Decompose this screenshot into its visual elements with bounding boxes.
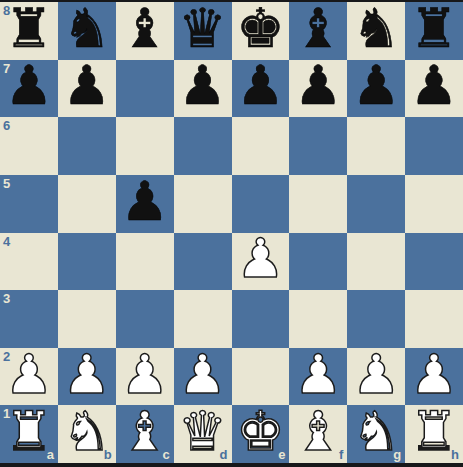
- square-d3[interactable]: [174, 290, 232, 348]
- square-a8[interactable]: 8♜: [0, 2, 58, 60]
- piece-black-queen[interactable]: ♛: [178, 2, 226, 56]
- piece-black-pawn[interactable]: ♟: [63, 60, 111, 114]
- square-f6[interactable]: [289, 117, 347, 175]
- piece-white-knight[interactable]: ♞: [63, 405, 111, 459]
- square-a3[interactable]: 3: [0, 290, 58, 348]
- square-a6[interactable]: 6: [0, 117, 58, 175]
- square-h1[interactable]: h♜: [405, 405, 463, 463]
- square-f8[interactable]: ♝: [289, 2, 347, 60]
- piece-black-king[interactable]: ♚: [236, 2, 284, 56]
- piece-white-pawn[interactable]: ♟: [5, 348, 53, 402]
- square-a7[interactable]: 7♟: [0, 60, 58, 118]
- square-a1[interactable]: 1a♜: [0, 405, 58, 463]
- piece-white-king[interactable]: ♚: [236, 405, 284, 459]
- square-c4[interactable]: [116, 233, 174, 291]
- piece-black-pawn[interactable]: ♟: [178, 60, 226, 114]
- rank-label: 3: [3, 292, 10, 305]
- piece-black-bishop[interactable]: ♝: [294, 2, 342, 56]
- square-d4[interactable]: [174, 233, 232, 291]
- piece-black-pawn[interactable]: ♟: [236, 60, 284, 114]
- square-b8[interactable]: ♞: [58, 2, 116, 60]
- square-g5[interactable]: [347, 175, 405, 233]
- square-h3[interactable]: [405, 290, 463, 348]
- square-g6[interactable]: [347, 117, 405, 175]
- square-a4[interactable]: 4: [0, 233, 58, 291]
- piece-white-rook[interactable]: ♜: [5, 405, 53, 459]
- square-d6[interactable]: [174, 117, 232, 175]
- square-h6[interactable]: [405, 117, 463, 175]
- piece-black-knight[interactable]: ♞: [63, 2, 111, 56]
- square-a2[interactable]: 2♟: [0, 348, 58, 406]
- square-e8[interactable]: ♚: [232, 2, 290, 60]
- square-h2[interactable]: ♟: [405, 348, 463, 406]
- rank-label: 6: [3, 119, 10, 132]
- square-e7[interactable]: ♟: [232, 60, 290, 118]
- piece-black-pawn[interactable]: ♟: [294, 60, 342, 114]
- piece-white-pawn[interactable]: ♟: [236, 233, 284, 287]
- piece-black-bishop[interactable]: ♝: [120, 2, 168, 56]
- square-h7[interactable]: ♟: [405, 60, 463, 118]
- square-e2[interactable]: [232, 348, 290, 406]
- square-b4[interactable]: [58, 233, 116, 291]
- board-frame: 8♜♞♝♛♚♝♞♜7♟♟♟♟♟♟♟65♟4♟32♟♟♟♟♟♟♟1a♜b♞c♝d♛…: [0, 0, 463, 467]
- square-b6[interactable]: [58, 117, 116, 175]
- square-f4[interactable]: [289, 233, 347, 291]
- piece-white-bishop[interactable]: ♝: [294, 405, 342, 459]
- square-h5[interactable]: [405, 175, 463, 233]
- square-d2[interactable]: ♟: [174, 348, 232, 406]
- square-h4[interactable]: [405, 233, 463, 291]
- square-h8[interactable]: ♜: [405, 2, 463, 60]
- piece-white-pawn[interactable]: ♟: [410, 348, 458, 402]
- square-c8[interactable]: ♝: [116, 2, 174, 60]
- square-c7[interactable]: [116, 60, 174, 118]
- square-b2[interactable]: ♟: [58, 348, 116, 406]
- piece-black-rook[interactable]: ♜: [5, 2, 53, 56]
- piece-white-pawn[interactable]: ♟: [178, 348, 226, 402]
- square-b7[interactable]: ♟: [58, 60, 116, 118]
- square-f1[interactable]: f♝: [289, 405, 347, 463]
- square-f7[interactable]: ♟: [289, 60, 347, 118]
- square-f3[interactable]: [289, 290, 347, 348]
- rank-label: 5: [3, 177, 10, 190]
- piece-white-knight[interactable]: ♞: [352, 405, 400, 459]
- square-e5[interactable]: [232, 175, 290, 233]
- square-g1[interactable]: g♞: [347, 405, 405, 463]
- piece-black-pawn[interactable]: ♟: [120, 175, 168, 229]
- square-d8[interactable]: ♛: [174, 2, 232, 60]
- square-e1[interactable]: e♚: [232, 405, 290, 463]
- piece-black-rook[interactable]: ♜: [410, 2, 458, 56]
- piece-black-pawn[interactable]: ♟: [5, 60, 53, 114]
- piece-white-pawn[interactable]: ♟: [120, 348, 168, 402]
- square-b3[interactable]: [58, 290, 116, 348]
- chess-board: 8♜♞♝♛♚♝♞♜7♟♟♟♟♟♟♟65♟4♟32♟♟♟♟♟♟♟1a♜b♞c♝d♛…: [0, 2, 463, 463]
- square-e3[interactable]: [232, 290, 290, 348]
- rank-label: 4: [3, 235, 10, 248]
- square-d1[interactable]: d♛: [174, 405, 232, 463]
- square-c2[interactable]: ♟: [116, 348, 174, 406]
- square-e6[interactable]: [232, 117, 290, 175]
- piece-white-pawn[interactable]: ♟: [63, 348, 111, 402]
- square-b5[interactable]: [58, 175, 116, 233]
- piece-black-knight[interactable]: ♞: [352, 2, 400, 56]
- piece-white-pawn[interactable]: ♟: [294, 348, 342, 402]
- square-c5[interactable]: ♟: [116, 175, 174, 233]
- square-g3[interactable]: [347, 290, 405, 348]
- square-d7[interactable]: ♟: [174, 60, 232, 118]
- square-b1[interactable]: b♞: [58, 405, 116, 463]
- piece-black-pawn[interactable]: ♟: [352, 60, 400, 114]
- square-c6[interactable]: [116, 117, 174, 175]
- square-g2[interactable]: ♟: [347, 348, 405, 406]
- square-a5[interactable]: 5: [0, 175, 58, 233]
- piece-white-pawn[interactable]: ♟: [352, 348, 400, 402]
- piece-white-queen[interactable]: ♛: [178, 405, 226, 459]
- square-f2[interactable]: ♟: [289, 348, 347, 406]
- piece-white-bishop[interactable]: ♝: [120, 405, 168, 459]
- square-c3[interactable]: [116, 290, 174, 348]
- square-g8[interactable]: ♞: [347, 2, 405, 60]
- piece-black-pawn[interactable]: ♟: [410, 60, 458, 114]
- square-f5[interactable]: [289, 175, 347, 233]
- square-e4[interactable]: ♟: [232, 233, 290, 291]
- square-g4[interactable]: [347, 233, 405, 291]
- square-c1[interactable]: c♝: [116, 405, 174, 463]
- square-g7[interactable]: ♟: [347, 60, 405, 118]
- piece-white-rook[interactable]: ♜: [410, 405, 458, 459]
- square-d5[interactable]: [174, 175, 232, 233]
